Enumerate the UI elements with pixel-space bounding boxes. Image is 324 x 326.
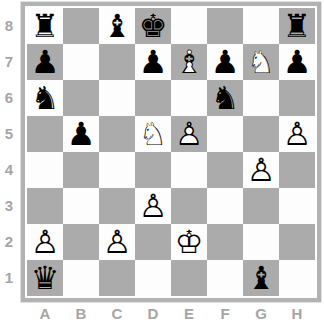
square-f4[interactable]: [207, 152, 243, 188]
piece-outline: ♘: [135, 116, 171, 152]
square-e7[interactable]: ♝♗: [171, 44, 207, 80]
square-a2[interactable]: ♟♙: [27, 224, 63, 260]
square-a7[interactable]: ♟: [27, 44, 63, 80]
square-f1[interactable]: [207, 260, 243, 296]
square-g5[interactable]: [243, 116, 279, 152]
square-h4[interactable]: [279, 152, 315, 188]
piece-white-pawn[interactable]: ♟♙: [27, 224, 63, 260]
file-label-g: G: [243, 303, 279, 325]
piece-outline: ♔: [171, 224, 207, 260]
file-label-f: F: [207, 303, 243, 325]
square-d8[interactable]: ♚: [135, 8, 171, 44]
square-f2[interactable]: [207, 224, 243, 260]
square-b2[interactable]: [63, 224, 99, 260]
piece-black-bishop[interactable]: ♝: [99, 8, 135, 44]
square-e3[interactable]: [171, 188, 207, 224]
square-g4[interactable]: ♟♙: [243, 152, 279, 188]
square-d3[interactable]: ♟♙: [135, 188, 171, 224]
square-g7[interactable]: ♞♘: [243, 44, 279, 80]
square-c2[interactable]: ♟♙: [99, 224, 135, 260]
piece-white-knight[interactable]: ♞♘: [135, 116, 171, 152]
file-label-a: A: [27, 303, 63, 325]
piece-outline: ♙: [135, 188, 171, 224]
piece-white-knight[interactable]: ♞♘: [243, 44, 279, 80]
rank-label-2: 2: [0, 224, 18, 260]
square-c8[interactable]: ♝: [99, 8, 135, 44]
square-e4[interactable]: [171, 152, 207, 188]
square-g6[interactable]: [243, 80, 279, 116]
board-frame: ♜♝♚♜♟♟♝♗♟♞♘♟♞♞♟♞♘♟♙♟♙♟♙♟♙♟♙♟♙♚♔♛♝: [21, 2, 321, 302]
square-h2[interactable]: [279, 224, 315, 260]
square-g1[interactable]: ♝: [243, 260, 279, 296]
piece-outline: ♘: [243, 44, 279, 80]
file-label-c: C: [99, 303, 135, 325]
piece-white-pawn[interactable]: ♟♙: [279, 116, 315, 152]
piece-black-pawn[interactable]: ♟: [207, 44, 243, 80]
piece-black-pawn[interactable]: ♟: [63, 116, 99, 152]
square-d5[interactable]: ♞♘: [135, 116, 171, 152]
rank-label-1: 1: [0, 260, 18, 296]
square-d6[interactable]: [135, 80, 171, 116]
square-h1[interactable]: [279, 260, 315, 296]
square-a4[interactable]: [27, 152, 63, 188]
square-c5[interactable]: [99, 116, 135, 152]
square-h8[interactable]: ♜: [279, 8, 315, 44]
piece-outline: ♙: [279, 116, 315, 152]
piece-white-king[interactable]: ♚♔: [171, 224, 207, 260]
square-a6[interactable]: ♞: [27, 80, 63, 116]
square-h7[interactable]: ♟: [279, 44, 315, 80]
chess-diagram: ♜♝♚♜♟♟♝♗♟♞♘♟♞♞♟♞♘♟♙♟♙♟♙♟♙♟♙♟♙♚♔♛♝ 876543…: [0, 0, 324, 326]
chess-board[interactable]: ♜♝♚♜♟♟♝♗♟♞♘♟♞♞♟♞♘♟♙♟♙♟♙♟♙♟♙♟♙♚♔♛♝: [27, 8, 315, 296]
piece-outline: ♙: [243, 152, 279, 188]
rank-label-4: 4: [0, 152, 18, 188]
piece-white-pawn[interactable]: ♟♙: [99, 224, 135, 260]
file-label-b: B: [63, 303, 99, 325]
square-e2[interactable]: ♚♔: [171, 224, 207, 260]
piece-outline: ♙: [99, 224, 135, 260]
rank-label-7: 7: [0, 44, 18, 80]
piece-black-knight[interactable]: ♞: [207, 80, 243, 116]
piece-white-pawn[interactable]: ♟♙: [171, 116, 207, 152]
square-d2[interactable]: [135, 224, 171, 260]
square-a5[interactable]: [27, 116, 63, 152]
square-b5[interactable]: ♟: [63, 116, 99, 152]
square-h6[interactable]: [279, 80, 315, 116]
square-f5[interactable]: [207, 116, 243, 152]
square-d4[interactable]: [135, 152, 171, 188]
file-label-h: H: [279, 303, 315, 325]
piece-white-pawn[interactable]: ♟♙: [135, 188, 171, 224]
square-f7[interactable]: ♟: [207, 44, 243, 80]
square-e8[interactable]: [171, 8, 207, 44]
piece-black-pawn[interactable]: ♟: [279, 44, 315, 80]
square-e5[interactable]: ♟♙: [171, 116, 207, 152]
square-c6[interactable]: [99, 80, 135, 116]
square-b1[interactable]: [63, 260, 99, 296]
square-b3[interactable]: [63, 188, 99, 224]
piece-black-knight[interactable]: ♞: [27, 80, 63, 116]
square-e6[interactable]: [171, 80, 207, 116]
square-a8[interactable]: ♜: [27, 8, 63, 44]
square-b6[interactable]: [63, 80, 99, 116]
rank-label-8: 8: [0, 8, 18, 44]
square-a1[interactable]: ♛: [27, 260, 63, 296]
piece-outline: ♗: [171, 44, 207, 80]
piece-white-pawn[interactable]: ♟♙: [243, 152, 279, 188]
square-b7[interactable]: [63, 44, 99, 80]
rank-label-5: 5: [0, 116, 18, 152]
square-c3[interactable]: [99, 188, 135, 224]
square-d7[interactable]: ♟: [135, 44, 171, 80]
piece-white-bishop[interactable]: ♝♗: [171, 44, 207, 80]
square-h3[interactable]: [279, 188, 315, 224]
piece-black-rook[interactable]: ♜: [27, 8, 63, 44]
square-b4[interactable]: [63, 152, 99, 188]
square-b8[interactable]: [63, 8, 99, 44]
piece-black-pawn[interactable]: ♟: [135, 44, 171, 80]
square-g2[interactable]: [243, 224, 279, 260]
rank-label-3: 3: [0, 188, 18, 224]
piece-outline: ♙: [171, 116, 207, 152]
square-f3[interactable]: [207, 188, 243, 224]
file-label-d: D: [135, 303, 171, 325]
piece-black-king[interactable]: ♚: [135, 8, 171, 44]
piece-black-rook[interactable]: ♜: [279, 8, 315, 44]
file-label-e: E: [171, 303, 207, 325]
piece-black-queen[interactable]: ♛: [27, 260, 63, 296]
square-d1[interactable]: [135, 260, 171, 296]
piece-outline: ♙: [27, 224, 63, 260]
rank-label-6: 6: [0, 80, 18, 116]
square-c1[interactable]: [99, 260, 135, 296]
square-a3[interactable]: [27, 188, 63, 224]
square-e1[interactable]: [171, 260, 207, 296]
square-g3[interactable]: [243, 188, 279, 224]
square-g8[interactable]: [243, 8, 279, 44]
piece-black-bishop[interactable]: ♝: [243, 260, 279, 296]
square-f6[interactable]: ♞: [207, 80, 243, 116]
square-c4[interactable]: [99, 152, 135, 188]
piece-black-pawn[interactable]: ♟: [27, 44, 63, 80]
square-c7[interactable]: [99, 44, 135, 80]
square-h5[interactable]: ♟♙: [279, 116, 315, 152]
square-f8[interactable]: [207, 8, 243, 44]
